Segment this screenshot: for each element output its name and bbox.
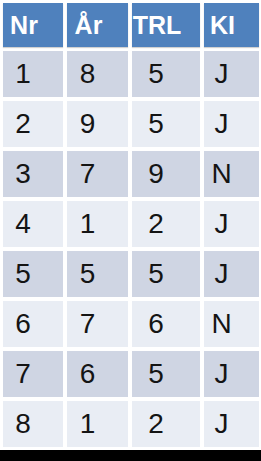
bottom-black-bar — [0, 450, 261, 461]
table-panel: Nr År TRL KI 185J295J379N412J555J676N765… — [0, 0, 261, 461]
cell-r3-c2: 7 — [67, 151, 128, 197]
cell-r7-c1: 7 — [3, 351, 63, 397]
cell-r4-c2: 1 — [67, 201, 128, 247]
column-header-ar: År — [67, 3, 128, 47]
column-header-trl: TRL — [132, 3, 200, 47]
cell-r6-c2: 7 — [67, 301, 128, 347]
cell-r6-c1: 6 — [3, 301, 63, 347]
cell-r7-c4: J — [204, 351, 259, 397]
cell-r4-c1: 4 — [3, 201, 63, 247]
cell-r7-c3: 5 — [132, 351, 200, 397]
cell-r3-c4: N — [204, 151, 259, 197]
cell-r2-c2: 9 — [67, 101, 128, 147]
cell-r6-c3: 6 — [132, 301, 200, 347]
cell-r2-c1: 2 — [3, 101, 63, 147]
cell-r1-c2: 8 — [67, 51, 128, 97]
cell-r8-c1: 8 — [3, 401, 63, 447]
cell-r2-c3: 5 — [132, 101, 200, 147]
cell-r4-c3: 2 — [132, 201, 200, 247]
cell-r1-c4: J — [204, 51, 259, 97]
cell-r5-c2: 5 — [67, 251, 128, 297]
cell-r3-c3: 9 — [132, 151, 200, 197]
cell-r8-c4: J — [204, 401, 259, 447]
column-header-ki: KI — [204, 3, 259, 47]
column-header-nr: Nr — [3, 3, 63, 47]
data-table: Nr År TRL KI 185J295J379N412J555J676N765… — [3, 3, 259, 447]
cell-r5-c4: J — [204, 251, 259, 297]
cell-r5-c1: 5 — [3, 251, 63, 297]
cell-r1-c1: 1 — [3, 51, 63, 97]
cell-r4-c4: J — [204, 201, 259, 247]
cell-r5-c3: 5 — [132, 251, 200, 297]
cell-r3-c1: 3 — [3, 151, 63, 197]
cell-r8-c3: 2 — [132, 401, 200, 447]
cell-r8-c2: 1 — [67, 401, 128, 447]
cell-r7-c2: 6 — [67, 351, 128, 397]
cell-r1-c3: 5 — [132, 51, 200, 97]
cell-r2-c4: J — [204, 101, 259, 147]
cell-r6-c4: N — [204, 301, 259, 347]
